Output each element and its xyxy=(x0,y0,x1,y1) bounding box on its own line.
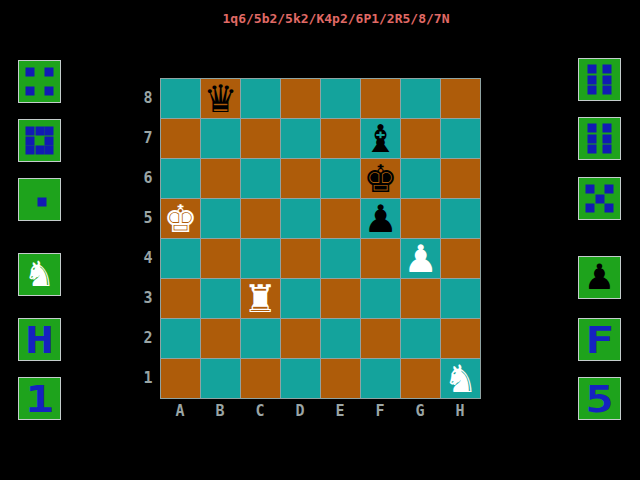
file-letter-f-tile: F xyxy=(578,318,621,361)
square-a2[interactable] xyxy=(161,319,200,358)
file-label-b: B xyxy=(200,403,240,419)
rank-number-5-tile: 5 xyxy=(578,377,621,420)
file-label-c: C xyxy=(240,403,280,419)
square-d5[interactable] xyxy=(281,199,320,238)
rank-label-3: 3 xyxy=(139,290,157,306)
square-h1[interactable]: ♞ xyxy=(441,359,480,398)
rank-label-1: 1 xyxy=(139,370,157,386)
die-pip xyxy=(603,145,612,154)
die-face-5 xyxy=(578,177,621,220)
piece-black-queen[interactable]: ♛ xyxy=(203,80,237,118)
square-f2[interactable] xyxy=(361,319,400,358)
die-pip xyxy=(587,75,596,84)
square-a5[interactable]: ♚ xyxy=(161,199,200,238)
black-pawn-icon-glyph: ♟ xyxy=(584,260,615,295)
square-b7[interactable] xyxy=(201,119,240,158)
square-d1[interactable] xyxy=(281,359,320,398)
die-pip xyxy=(603,134,612,143)
die-pip xyxy=(585,184,594,193)
square-f6[interactable]: ♚ xyxy=(361,159,400,198)
die-pip xyxy=(25,126,34,135)
die-face-8 xyxy=(18,119,61,162)
die-pip xyxy=(35,126,44,135)
rank-label-8: 8 xyxy=(139,90,157,106)
piece-white-rook[interactable]: ♜ xyxy=(243,280,277,318)
square-g1[interactable] xyxy=(401,359,440,398)
die-pip xyxy=(45,126,54,135)
square-g5[interactable] xyxy=(401,199,440,238)
square-h8[interactable] xyxy=(441,79,480,118)
piece-white-knight[interactable]: ♞ xyxy=(443,360,477,398)
square-g7[interactable] xyxy=(401,119,440,158)
square-d8[interactable] xyxy=(281,79,320,118)
rank-label-4: 4 xyxy=(139,250,157,266)
file-letter-h-tile-label: H xyxy=(25,321,54,359)
die-pip xyxy=(595,194,604,203)
rank-label-6: 6 xyxy=(139,170,157,186)
die-pip xyxy=(603,75,612,84)
square-h7[interactable] xyxy=(441,119,480,158)
rank-label-7: 7 xyxy=(139,130,157,146)
square-c6[interactable] xyxy=(241,159,280,198)
square-e8[interactable] xyxy=(321,79,360,118)
die-pip xyxy=(587,64,596,73)
die-pip xyxy=(587,123,596,132)
square-e6[interactable] xyxy=(321,159,360,198)
rank-label-2: 2 xyxy=(139,330,157,346)
file-label-a: A xyxy=(160,403,200,419)
die-pip xyxy=(603,64,612,73)
square-f5[interactable]: ♟ xyxy=(361,199,400,238)
square-g8[interactable] xyxy=(401,79,440,118)
die-pip xyxy=(25,146,34,155)
square-f7[interactable]: ♝ xyxy=(361,119,400,158)
square-b4[interactable] xyxy=(201,239,240,278)
die-pip xyxy=(603,123,612,132)
square-f3[interactable] xyxy=(361,279,400,318)
piece-black-pawn[interactable]: ♟ xyxy=(363,200,397,238)
square-c5[interactable] xyxy=(241,199,280,238)
file-letter-h-tile: H xyxy=(18,318,61,361)
square-h6[interactable] xyxy=(441,159,480,198)
square-g2[interactable] xyxy=(401,319,440,358)
square-e2[interactable] xyxy=(321,319,360,358)
die-pip xyxy=(25,87,34,96)
square-b2[interactable] xyxy=(201,319,240,358)
die-pip xyxy=(603,86,612,95)
die-pip xyxy=(45,146,54,155)
die-pip xyxy=(45,87,54,96)
square-f8[interactable] xyxy=(361,79,400,118)
die-pip xyxy=(45,136,54,145)
die-face-1 xyxy=(18,178,61,221)
square-h2[interactable] xyxy=(441,319,480,358)
file-label-d: D xyxy=(280,403,320,419)
die-pip xyxy=(585,204,594,213)
square-a4[interactable] xyxy=(161,239,200,278)
die-pip xyxy=(45,67,54,76)
black-pawn-icon: ♟ xyxy=(578,256,621,299)
die-pip xyxy=(605,184,614,193)
piece-white-pawn[interactable]: ♟ xyxy=(403,240,437,278)
die-pip xyxy=(25,136,34,145)
square-a8[interactable] xyxy=(161,79,200,118)
chess-app-screen: { "game": "chess", "position": "1q6/5b2/… xyxy=(0,0,640,480)
square-f1[interactable] xyxy=(361,359,400,398)
file-label-f: F xyxy=(360,403,400,419)
file-letter-f-tile-label: F xyxy=(585,321,614,359)
rank-number-5-tile-label: 5 xyxy=(585,380,614,418)
die-pip xyxy=(587,134,596,143)
square-f4[interactable] xyxy=(361,239,400,278)
square-d3[interactable] xyxy=(281,279,320,318)
die-face-6-lower xyxy=(578,117,621,160)
square-c3[interactable]: ♜ xyxy=(241,279,280,318)
square-a3[interactable] xyxy=(161,279,200,318)
rank-number-1-tile-label: 1 xyxy=(25,380,54,418)
piece-black-king[interactable]: ♚ xyxy=(363,160,397,198)
square-b1[interactable] xyxy=(201,359,240,398)
square-d6[interactable] xyxy=(281,159,320,198)
square-e7[interactable] xyxy=(321,119,360,158)
die-pip xyxy=(587,145,596,154)
square-e3[interactable] xyxy=(321,279,360,318)
die-pip xyxy=(587,86,596,95)
file-label-e: E xyxy=(320,403,360,419)
square-c8[interactable] xyxy=(241,79,280,118)
fen-text: 1q6/5b2/5k2/K4p2/6P1/2R5/8/7N xyxy=(223,11,450,26)
rank-label-5: 5 xyxy=(139,210,157,226)
piece-black-bishop[interactable]: ♝ xyxy=(363,120,397,158)
white-knight-icon-glyph: ♞ xyxy=(24,257,55,292)
square-h5[interactable] xyxy=(441,199,480,238)
die-face-6-upper xyxy=(578,58,621,101)
die-pip xyxy=(37,197,46,206)
square-a1[interactable] xyxy=(161,359,200,398)
square-g3[interactable] xyxy=(401,279,440,318)
white-knight-icon: ♞ xyxy=(18,253,61,296)
square-a7[interactable] xyxy=(161,119,200,158)
file-label-g: G xyxy=(400,403,440,419)
square-b8[interactable]: ♛ xyxy=(201,79,240,118)
square-e4[interactable] xyxy=(321,239,360,278)
square-g6[interactable] xyxy=(401,159,440,198)
square-c1[interactable] xyxy=(241,359,280,398)
square-e5[interactable] xyxy=(321,199,360,238)
piece-white-king[interactable]: ♚ xyxy=(163,200,197,238)
file-label-h: H xyxy=(440,403,480,419)
die-pip xyxy=(25,67,34,76)
square-h3[interactable] xyxy=(441,279,480,318)
square-a6[interactable] xyxy=(161,159,200,198)
square-c7[interactable] xyxy=(241,119,280,158)
die-pip xyxy=(35,146,44,155)
square-c2[interactable] xyxy=(241,319,280,358)
chess-board: ♛♝♚♚♟♟♜♞ xyxy=(160,78,481,399)
square-b6[interactable] xyxy=(201,159,240,198)
square-d2[interactable] xyxy=(281,319,320,358)
square-b3[interactable] xyxy=(201,279,240,318)
die-pip xyxy=(605,204,614,213)
square-d7[interactable] xyxy=(281,119,320,158)
die-face-4 xyxy=(18,60,61,103)
square-g4[interactable]: ♟ xyxy=(401,239,440,278)
square-e1[interactable] xyxy=(321,359,360,398)
rank-number-1-tile: 1 xyxy=(18,377,61,420)
square-c4[interactable] xyxy=(241,239,280,278)
square-h4[interactable] xyxy=(441,239,480,278)
square-d4[interactable] xyxy=(281,239,320,278)
square-b5[interactable] xyxy=(201,199,240,238)
